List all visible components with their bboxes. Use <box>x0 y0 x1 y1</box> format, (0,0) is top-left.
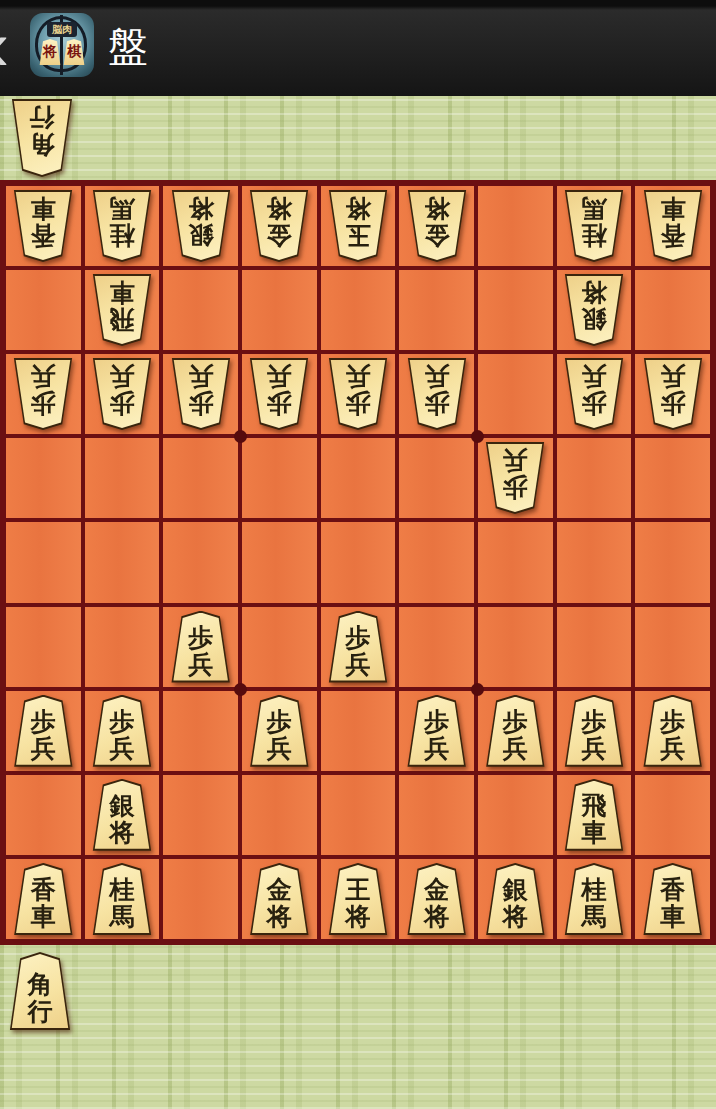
board-cell[interactable] <box>85 607 160 687</box>
board-cell[interactable] <box>557 522 632 602</box>
shogi-piece-sente[interactable]: 銀将 <box>484 863 546 935</box>
piece-body: 歩兵 <box>563 695 625 767</box>
piece-face: 銀将 <box>172 192 230 260</box>
piece-body: 桂馬 <box>563 190 625 262</box>
piece-kanji: 王 <box>345 876 370 903</box>
piece-face: 香車 <box>14 192 72 260</box>
piece-body: 歩兵 <box>91 695 153 767</box>
app-icon-top-label: 脳肉 <box>47 22 77 37</box>
piece-face: 歩兵 <box>408 360 466 428</box>
piece-kanji: 歩 <box>267 708 292 735</box>
piece-kanji: 歩 <box>345 390 370 417</box>
board-cell[interactable] <box>478 607 553 687</box>
board-cell[interactable] <box>478 354 553 434</box>
piece-kanji: 兵 <box>503 447 528 474</box>
piece-face: 歩兵 <box>250 360 308 428</box>
board-cell[interactable]: 歩兵 <box>163 607 238 687</box>
piece-kanji: 歩 <box>109 390 134 417</box>
piece-face: 歩兵 <box>329 613 387 681</box>
piece-kanji: 将 <box>267 903 292 930</box>
piece-body: 金将 <box>248 863 310 935</box>
piece-kanji: 兵 <box>31 363 56 390</box>
piece-face: 歩兵 <box>14 697 72 765</box>
board-cell[interactable]: 歩兵 <box>478 691 553 771</box>
piece-body: 歩兵 <box>327 611 389 683</box>
shogi-piece-sente[interactable]: 角行 <box>8 952 72 1030</box>
piece-body: 歩兵 <box>642 695 704 767</box>
board-cell[interactable]: 香車 <box>6 186 81 266</box>
piece-kanji: 馬 <box>109 903 134 930</box>
star-point <box>471 430 484 443</box>
piece-face: 金将 <box>250 192 308 260</box>
shogi-piece-gote[interactable]: 歩兵 <box>563 358 625 430</box>
piece-kanji: 歩 <box>188 390 213 417</box>
piece-kanji: 兵 <box>188 651 213 678</box>
piece-kanji: 歩 <box>109 708 134 735</box>
header-bar: ‹ 脳肉 将 棋 盤 <box>0 0 716 96</box>
piece-kanji: 兵 <box>345 363 370 390</box>
star-point <box>234 683 247 696</box>
piece-body: 歩兵 <box>327 358 389 430</box>
piece-kanji: 兵 <box>503 735 528 762</box>
piece-kanji: 歩 <box>424 708 449 735</box>
piece-face: 香車 <box>14 865 72 933</box>
piece-body: 歩兵 <box>170 358 232 430</box>
shogi-piece-gote[interactable]: 飛車 <box>91 274 153 346</box>
piece-kanji: 歩 <box>345 624 370 651</box>
piece-kanji: 金 <box>424 222 449 249</box>
app-screen: ‹ 脳肉 将 棋 盤 角行 香車桂馬銀将金将玉将金将桂馬香車飛車銀将歩兵歩兵歩兵… <box>0 0 716 1109</box>
board-cell[interactable] <box>557 438 632 518</box>
board-cell[interactable]: 銀将 <box>85 775 160 855</box>
piece-face: 歩兵 <box>172 360 230 428</box>
piece-face: 銀将 <box>565 276 623 344</box>
shogi-piece-gote[interactable]: 香車 <box>12 190 74 262</box>
shogi-piece-sente[interactable]: 歩兵 <box>406 695 468 767</box>
board-cell[interactable] <box>6 775 81 855</box>
board-cell[interactable] <box>399 438 474 518</box>
piece-kanji: 角 <box>30 131 55 158</box>
board-cell[interactable] <box>242 522 317 602</box>
board-cell[interactable]: 銀将 <box>478 859 553 939</box>
piece-face: 飛車 <box>565 781 623 849</box>
piece-kanji: 桂 <box>109 876 134 903</box>
piece-kanji: 車 <box>31 195 56 222</box>
shogi-piece-sente[interactable]: 歩兵 <box>642 695 704 767</box>
piece-kanji: 車 <box>581 819 606 846</box>
black-hand-tray[interactable]: 角行 <box>8 952 72 1030</box>
piece-kanji: 歩 <box>503 708 528 735</box>
shogi-piece-gote[interactable]: 桂馬 <box>91 190 153 262</box>
board-cell[interactable]: 歩兵 <box>6 354 81 434</box>
board-cell[interactable] <box>635 438 710 518</box>
piece-face: 桂馬 <box>565 192 623 260</box>
board-cell[interactable]: 歩兵 <box>635 354 710 434</box>
piece-face: 銀将 <box>93 781 151 849</box>
piece-face: 桂馬 <box>93 865 151 933</box>
piece-body: 桂馬 <box>91 863 153 935</box>
piece-kanji: 将 <box>188 195 213 222</box>
star-point <box>471 683 484 696</box>
piece-face: 桂馬 <box>565 865 623 933</box>
board-cell[interactable]: 金将 <box>242 859 317 939</box>
board-cell[interactable]: 金将 <box>399 859 474 939</box>
piece-kanji: 歩 <box>267 390 292 417</box>
shogi-piece-gote[interactable]: 歩兵 <box>248 358 310 430</box>
piece-kanji: 歩 <box>424 390 449 417</box>
piece-kanji: 桂 <box>581 876 606 903</box>
piece-face: 金将 <box>250 865 308 933</box>
shogi-piece-gote[interactable]: 桂馬 <box>563 190 625 262</box>
piece-kanji: 兵 <box>267 735 292 762</box>
shogi-piece-gote[interactable]: 歩兵 <box>170 358 232 430</box>
piece-kanji: 歩 <box>31 390 56 417</box>
piece-kanji: 車 <box>660 195 685 222</box>
piece-kanji: 行 <box>30 104 55 131</box>
board-cell[interactable]: 歩兵 <box>85 691 160 771</box>
board-cell[interactable]: 歩兵 <box>85 354 160 434</box>
shogi-piece-sente[interactable]: 銀将 <box>91 779 153 851</box>
piece-body: 金将 <box>406 190 468 262</box>
shogi-piece-sente[interactable]: 歩兵 <box>170 611 232 683</box>
piece-kanji: 兵 <box>109 363 134 390</box>
piece-kanji: 馬 <box>109 195 134 222</box>
board-cell[interactable] <box>6 438 81 518</box>
piece-body: 王将 <box>327 863 389 935</box>
piece-body: 歩兵 <box>406 358 468 430</box>
board-cell[interactable]: 歩兵 <box>557 691 632 771</box>
board-cell[interactable]: 飛車 <box>85 270 160 350</box>
board-cell[interactable]: 銀将 <box>163 186 238 266</box>
piece-kanji: 兵 <box>345 651 370 678</box>
piece-face: 歩兵 <box>172 613 230 681</box>
board-cell[interactable] <box>635 522 710 602</box>
piece-body: 歩兵 <box>406 695 468 767</box>
piece-kanji: 兵 <box>581 735 606 762</box>
piece-body: 銀将 <box>484 863 546 935</box>
shogi-piece-gote[interactable]: 銀将 <box>563 274 625 346</box>
piece-body: 歩兵 <box>484 442 546 514</box>
piece-kanji: 将 <box>109 819 134 846</box>
board-cell[interactable]: 歩兵 <box>478 438 553 518</box>
board-cell[interactable]: 歩兵 <box>321 607 396 687</box>
piece-kanji: 銀 <box>188 222 213 249</box>
board-cell[interactable]: 歩兵 <box>399 354 474 434</box>
piece-face: 歩兵 <box>14 360 72 428</box>
shogi-piece-gote[interactable]: 歩兵 <box>12 358 74 430</box>
piece-body: 歩兵 <box>12 695 74 767</box>
piece-kanji: 将 <box>267 195 292 222</box>
piece-body: 歩兵 <box>563 358 625 430</box>
shogi-piece-sente[interactable]: 歩兵 <box>484 695 546 767</box>
board-cell[interactable] <box>478 186 553 266</box>
board-cell[interactable] <box>635 775 710 855</box>
piece-kanji: 車 <box>660 903 685 930</box>
shogi-piece-sente[interactable]: 歩兵 <box>248 695 310 767</box>
board-cell[interactable] <box>321 691 396 771</box>
board-cell[interactable]: 桂馬 <box>85 859 160 939</box>
piece-face: 角行 <box>12 101 72 175</box>
app-icon-top-text: 脳肉 <box>52 25 72 35</box>
piece-face: 歩兵 <box>329 360 387 428</box>
piece-face: 歩兵 <box>644 697 702 765</box>
board-cell[interactable]: 歩兵 <box>163 354 238 434</box>
piece-kanji: 歩 <box>188 624 213 651</box>
board-cell[interactable] <box>321 775 396 855</box>
piece-kanji: 銀 <box>503 876 528 903</box>
board-cell[interactable] <box>242 607 317 687</box>
piece-kanji: 兵 <box>660 735 685 762</box>
piece-kanji: 兵 <box>109 735 134 762</box>
piece-body: 角行 <box>8 952 72 1030</box>
piece-kanji: 銀 <box>109 792 134 819</box>
piece-face: 歩兵 <box>93 360 151 428</box>
piece-body: 歩兵 <box>91 358 153 430</box>
piece-body: 銀将 <box>170 190 232 262</box>
board-cell[interactable]: 王将 <box>321 859 396 939</box>
shogi-piece-gote[interactable]: 歩兵 <box>484 442 546 514</box>
piece-kanji: 桂 <box>581 222 606 249</box>
shogi-piece-sente[interactable]: 歩兵 <box>91 695 153 767</box>
piece-kanji: 行 <box>28 998 53 1025</box>
board-cell[interactable] <box>557 607 632 687</box>
shogi-piece-gote[interactable]: 玉将 <box>327 190 389 262</box>
piece-body: 玉将 <box>327 190 389 262</box>
piece-face: 角行 <box>10 954 70 1028</box>
board-cell[interactable] <box>321 438 396 518</box>
piece-body: 歩兵 <box>248 695 310 767</box>
piece-body: 香車 <box>642 190 704 262</box>
piece-body: 歩兵 <box>642 358 704 430</box>
back-chevron-icon[interactable]: ‹ <box>0 6 9 86</box>
piece-kanji: 香 <box>660 222 685 249</box>
board-cell[interactable]: 金将 <box>399 186 474 266</box>
shogi-piece-gote[interactable]: 歩兵 <box>91 358 153 430</box>
piece-face: 桂馬 <box>93 192 151 260</box>
piece-kanji: 香 <box>31 876 56 903</box>
piece-kanji: 馬 <box>581 195 606 222</box>
piece-body: 飛車 <box>91 274 153 346</box>
piece-body: 歩兵 <box>484 695 546 767</box>
piece-kanji: 玉 <box>345 222 370 249</box>
piece-face: 歩兵 <box>250 697 308 765</box>
board-cell[interactable]: 歩兵 <box>399 691 474 771</box>
app-icon-piece-gi-text: 棋 <box>67 43 81 61</box>
piece-kanji: 香 <box>660 876 685 903</box>
piece-face: 歩兵 <box>565 360 623 428</box>
board-cell[interactable]: 桂馬 <box>85 186 160 266</box>
shogi-piece-sente[interactable]: 金将 <box>406 863 468 935</box>
board-cell[interactable]: 桂馬 <box>557 859 632 939</box>
shogi-piece-gote[interactable]: 銀将 <box>170 190 232 262</box>
piece-body: 金将 <box>406 863 468 935</box>
board-cell[interactable] <box>6 270 81 350</box>
shogi-piece-sente[interactable]: 飛車 <box>563 779 625 851</box>
piece-kanji: 将 <box>503 903 528 930</box>
shogi-piece-sente[interactable]: 歩兵 <box>327 611 389 683</box>
shogi-piece-gote[interactable]: 歩兵 <box>327 358 389 430</box>
shogi-piece-gote[interactable]: 角行 <box>10 99 74 177</box>
star-point <box>234 430 247 443</box>
board-cell[interactable] <box>635 607 710 687</box>
board-cell[interactable]: 歩兵 <box>321 354 396 434</box>
piece-body: 香車 <box>642 863 704 935</box>
piece-face: 歩兵 <box>486 444 544 512</box>
board-cell[interactable] <box>321 270 396 350</box>
piece-kanji: 将 <box>345 195 370 222</box>
page-title: 盤 <box>108 22 148 70</box>
piece-face: 王将 <box>329 865 387 933</box>
board-cell[interactable] <box>163 859 238 939</box>
piece-face: 金将 <box>408 192 466 260</box>
piece-body: 香車 <box>12 190 74 262</box>
board-cell[interactable]: 歩兵 <box>6 691 81 771</box>
shogi-piece-gote[interactable]: 歩兵 <box>642 358 704 430</box>
shogi-piece-gote[interactable]: 金将 <box>406 190 468 262</box>
piece-body: 飛車 <box>563 779 625 851</box>
app-icon[interactable]: 脳肉 将 棋 <box>30 13 94 77</box>
piece-face: 歩兵 <box>644 360 702 428</box>
piece-kanji: 歩 <box>660 390 685 417</box>
shogi-piece-gote[interactable]: 歩兵 <box>406 358 468 430</box>
piece-body: 桂馬 <box>91 190 153 262</box>
piece-kanji: 兵 <box>660 363 685 390</box>
board-cell[interactable] <box>163 522 238 602</box>
board-cell[interactable]: 香車 <box>6 859 81 939</box>
board-cell[interactable] <box>399 607 474 687</box>
piece-body: 角行 <box>10 99 74 177</box>
shogi-piece-gote[interactable]: 金将 <box>248 190 310 262</box>
piece-kanji: 兵 <box>424 735 449 762</box>
piece-kanji: 飛 <box>581 792 606 819</box>
board-cell[interactable]: 歩兵 <box>635 691 710 771</box>
board-cell[interactable] <box>6 607 81 687</box>
piece-kanji: 飛 <box>109 306 134 333</box>
piece-kanji: 兵 <box>267 363 292 390</box>
piece-kanji: 兵 <box>424 363 449 390</box>
piece-kanji: 金 <box>424 876 449 903</box>
board-cell[interactable] <box>399 522 474 602</box>
board-cell[interactable] <box>242 270 317 350</box>
board-cell[interactable] <box>321 522 396 602</box>
board-cell[interactable]: 桂馬 <box>557 186 632 266</box>
shogi-piece-sente[interactable]: 桂馬 <box>91 863 153 935</box>
piece-body: 歩兵 <box>248 358 310 430</box>
piece-kanji: 馬 <box>581 903 606 930</box>
board-cell[interactable] <box>242 438 317 518</box>
piece-body: 銀将 <box>91 779 153 851</box>
piece-body: 銀将 <box>563 274 625 346</box>
piece-face: 歩兵 <box>408 697 466 765</box>
board-cell[interactable] <box>399 270 474 350</box>
board-cell[interactable] <box>635 270 710 350</box>
piece-body: 桂馬 <box>563 863 625 935</box>
piece-face: 飛車 <box>93 276 151 344</box>
piece-kanji: 桂 <box>109 222 134 249</box>
piece-kanji: 角 <box>28 971 53 998</box>
board-cell[interactable] <box>242 775 317 855</box>
board-cell[interactable]: 銀将 <box>557 270 632 350</box>
board-cell[interactable]: 歩兵 <box>557 354 632 434</box>
piece-kanji: 銀 <box>581 306 606 333</box>
piece-kanji: 歩 <box>660 708 685 735</box>
piece-face: 歩兵 <box>486 697 544 765</box>
board-cell[interactable] <box>478 270 553 350</box>
piece-kanji: 将 <box>424 903 449 930</box>
shogi-piece-sente[interactable]: 歩兵 <box>12 695 74 767</box>
shogi-piece-sente[interactable]: 金将 <box>248 863 310 935</box>
shogi-piece-gote[interactable]: 香車 <box>642 190 704 262</box>
piece-face: 歩兵 <box>565 697 623 765</box>
piece-face: 歩兵 <box>93 697 151 765</box>
board-cell[interactable]: 玉将 <box>321 186 396 266</box>
board-cell[interactable] <box>85 438 160 518</box>
piece-kanji: 兵 <box>188 363 213 390</box>
piece-kanji: 金 <box>267 222 292 249</box>
shogi-piece-sente[interactable]: 王将 <box>327 863 389 935</box>
app-icon-piece-sho-text: 将 <box>43 43 57 61</box>
board-cell[interactable] <box>163 775 238 855</box>
piece-kanji: 歩 <box>503 474 528 501</box>
shogi-piece-sente[interactable]: 香車 <box>642 863 704 935</box>
piece-body: 歩兵 <box>170 611 232 683</box>
board-cell[interactable] <box>6 522 81 602</box>
piece-kanji: 将 <box>581 279 606 306</box>
shogi-board: 香車桂馬銀将金将玉将金将桂馬香車飛車銀将歩兵歩兵歩兵歩兵歩兵歩兵歩兵歩兵歩兵歩兵… <box>0 180 716 945</box>
piece-kanji: 将 <box>424 195 449 222</box>
board-cell[interactable]: 香車 <box>635 186 710 266</box>
white-hand-tray[interactable]: 角行 <box>10 99 74 177</box>
piece-kanji: 兵 <box>31 735 56 762</box>
piece-face: 銀将 <box>486 865 544 933</box>
piece-kanji: 歩 <box>31 708 56 735</box>
board-cell[interactable] <box>163 270 238 350</box>
piece-body: 香車 <box>12 863 74 935</box>
piece-kanji: 歩 <box>581 390 606 417</box>
board-cell[interactable] <box>163 438 238 518</box>
board-cell[interactable] <box>478 522 553 602</box>
board-cell[interactable] <box>399 775 474 855</box>
board-cell[interactable]: 歩兵 <box>242 354 317 434</box>
shogi-piece-sente[interactable]: 歩兵 <box>563 695 625 767</box>
piece-body: 金将 <box>248 190 310 262</box>
board-cell[interactable] <box>85 522 160 602</box>
piece-kanji: 金 <box>267 876 292 903</box>
piece-body: 歩兵 <box>12 358 74 430</box>
board-cell[interactable]: 金将 <box>242 186 317 266</box>
board-cell[interactable]: 歩兵 <box>242 691 317 771</box>
piece-kanji: 歩 <box>581 708 606 735</box>
piece-kanji: 車 <box>31 903 56 930</box>
piece-face: 玉将 <box>329 192 387 260</box>
shogi-piece-sente[interactable]: 桂馬 <box>563 863 625 935</box>
board-cell[interactable]: 香車 <box>635 859 710 939</box>
piece-face: 金将 <box>408 865 466 933</box>
piece-kanji: 将 <box>345 903 370 930</box>
shogi-piece-sente[interactable]: 香車 <box>12 863 74 935</box>
board-cell[interactable]: 飛車 <box>557 775 632 855</box>
board-cell[interactable] <box>163 691 238 771</box>
piece-face: 香車 <box>644 865 702 933</box>
board-cell[interactable] <box>478 775 553 855</box>
piece-kanji: 車 <box>109 279 134 306</box>
piece-kanji: 香 <box>31 222 56 249</box>
piece-kanji: 兵 <box>581 363 606 390</box>
piece-face: 香車 <box>644 192 702 260</box>
